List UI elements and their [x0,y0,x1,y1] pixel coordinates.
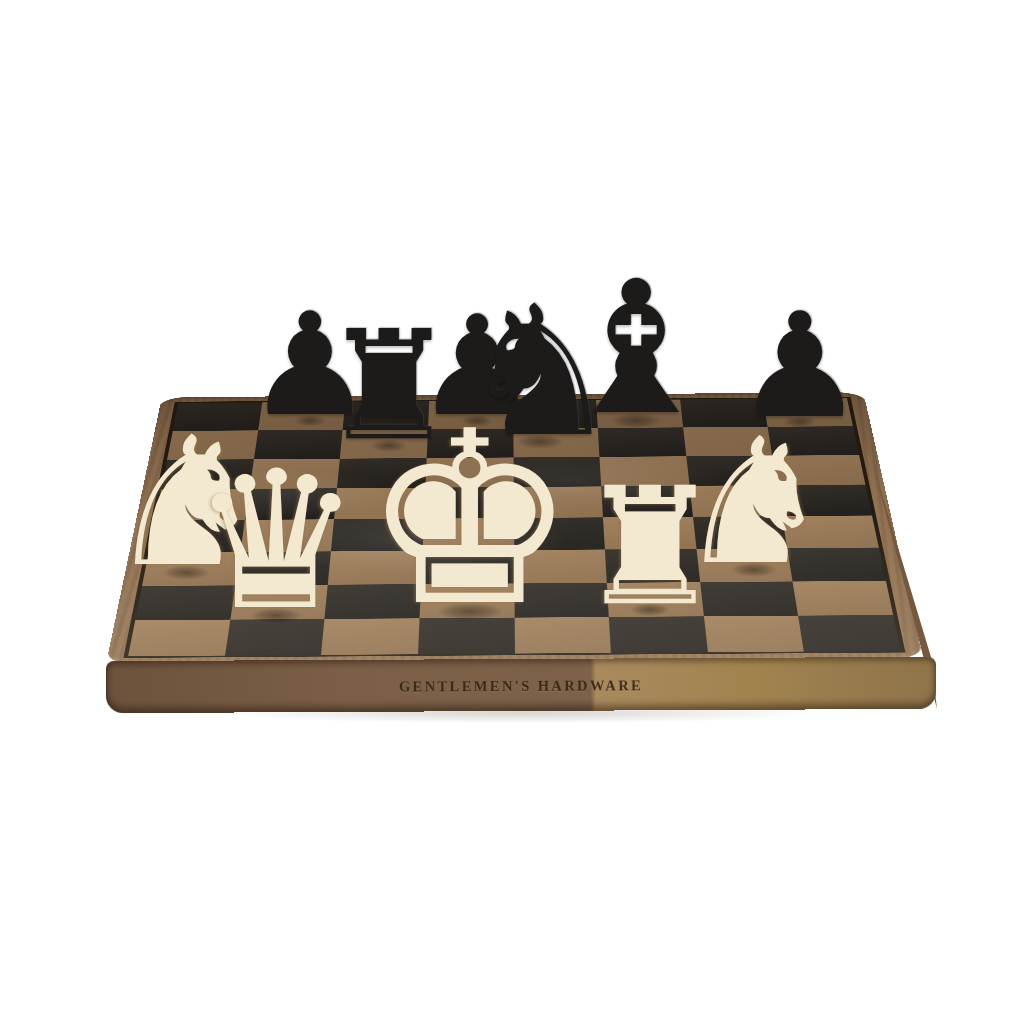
square-h8 [763,398,853,426]
square-f8 [596,400,683,428]
square-a4 [149,520,245,553]
square-g8 [680,399,768,427]
square-g3 [696,548,793,582]
square-c8 [343,401,429,429]
square-f6 [600,456,690,486]
square-e6 [513,457,601,487]
square-d4 [422,518,513,551]
square-d6 [425,457,513,487]
square-g7 [683,427,773,456]
square-h1 [798,615,900,651]
square-e7 [513,428,600,457]
square-b7 [254,430,343,459]
square-e5 [513,486,603,518]
square-c3 [328,551,422,585]
square-b1 [225,619,325,656]
square-b5 [245,488,338,520]
square-d5 [424,487,514,519]
square-c6 [337,458,426,488]
square-a8 [173,402,262,430]
board-front-face: GENTLEMEN'S HARDWARE [106,657,936,713]
square-c4 [331,519,424,552]
square-f3 [605,549,700,583]
square-b3 [235,551,331,585]
square-d3 [421,550,514,584]
square-d8 [428,401,513,429]
square-h4 [782,515,878,548]
square-b4 [240,519,334,552]
square-e1 [514,617,611,653]
square-f5 [601,486,692,517]
square-a6 [161,459,253,489]
square-a2 [135,585,235,620]
square-f7 [598,427,686,456]
square-f4 [603,517,696,550]
square-a1 [128,620,230,657]
square-h6 [773,455,866,485]
square-c2 [325,584,421,619]
square-c5 [334,488,425,520]
square-c7 [340,429,428,458]
square-d7 [427,429,514,458]
brand-engraving: GENTLEMEN'S HARDWARE [399,677,643,695]
square-f1 [609,616,708,652]
square-h3 [788,547,886,581]
playing-area-border [123,397,905,658]
square-e2 [514,583,609,618]
square-e8 [513,400,598,428]
square-g5 [689,485,782,516]
square-e4 [514,517,605,550]
square-c1 [321,618,419,655]
chess-grid [128,398,901,656]
square-d2 [419,583,514,618]
square-a7 [167,430,258,459]
square-g2 [700,581,799,616]
square-b2 [230,585,328,620]
square-a3 [142,552,240,586]
chessboard-product-photo: GENTLEMEN'S HARDWARE ♟♟♝♟♞♜♞♞♜♚♛ [0,0,1024,1024]
square-g4 [693,516,788,549]
square-b6 [249,459,340,489]
square-f2 [607,582,704,617]
square-h5 [777,485,872,516]
square-h2 [793,581,893,616]
square-h7 [768,426,859,455]
square-d1 [418,618,515,655]
square-e3 [514,549,607,583]
square-b8 [258,402,346,430]
square-a5 [155,489,249,521]
chessboard-top [106,392,923,664]
square-g1 [704,616,805,652]
square-g6 [686,455,777,485]
